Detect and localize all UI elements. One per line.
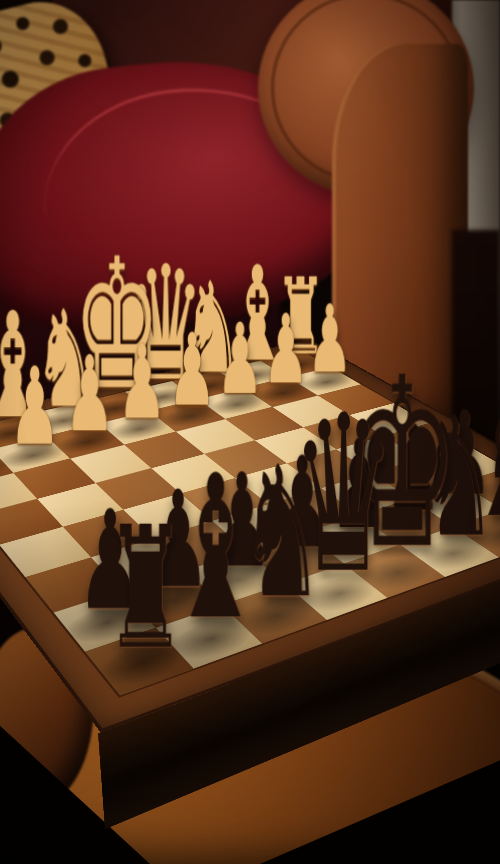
square-g2: ♟	[0, 436, 70, 473]
square-e1: ♚	[76, 392, 149, 423]
piece-shadow	[45, 426, 129, 460]
piece-black-rook: ♜	[105, 507, 186, 667]
square-g1: ♝	[0, 415, 47, 449]
square-b1: ♝	[217, 360, 288, 388]
square-c2: ♟	[198, 388, 273, 419]
piece-white-queen: ♛	[127, 249, 204, 399]
piece-white-pawn: ♟	[64, 345, 114, 444]
piece-white-knight: ♞	[34, 296, 99, 423]
piece-shadow	[0, 418, 52, 451]
board-scene: ♜♝♞♚♛♞♝♜♟♟♟♟♟♟♟♟♟♟♟♟♟♟♟♟♜♝♞♛♚♞♝♜	[0, 0, 500, 864]
square-e2: ♟	[99, 411, 176, 445]
square-h3	[0, 473, 37, 515]
square-d1: ♛	[125, 381, 198, 411]
piece-white-pawn: ♟	[117, 334, 166, 431]
piece-white-rook: ♜	[275, 266, 326, 366]
photo-canvas: ♜♝♞♚♛♞♝♜♟♟♟♟♟♟♟♟♟♟♟♟♟♟♟♟♜♝♞♛♚♞♝♜	[0, 0, 500, 864]
piece-shadow	[75, 394, 155, 424]
piece-white-pawn: ♟	[216, 314, 263, 407]
piece-shadow	[172, 373, 248, 400]
piece-white-knight: ♞	[182, 268, 243, 387]
square-f1: ♞	[25, 403, 99, 436]
piece-shadow	[23, 406, 104, 437]
piece-shadow	[217, 362, 292, 388]
piece-white-bishop: ♝	[226, 253, 289, 377]
piece-shadow	[0, 439, 76, 474]
piece-shadow	[149, 402, 230, 433]
square-c1: ♞	[172, 370, 244, 399]
chess-board: ♜♝♞♚♛♞♝♜♟♟♟♟♟♟♟♟♟♟♟♟♟♟♟♟♜♝♞♛♚♞♝♜	[0, 339, 500, 733]
piece-shadow	[198, 390, 277, 419]
square-f2: ♟	[47, 423, 125, 458]
piece-white-pawn: ♟	[168, 324, 216, 419]
piece-white-king: ♚	[73, 239, 160, 410]
piece-white-bishop: ♝	[0, 297, 48, 435]
piece-shadow	[124, 383, 202, 412]
square-f3	[70, 445, 151, 483]
square-h2: ♟	[0, 449, 13, 488]
piece-white-pawn: ♟	[9, 357, 61, 458]
piece-white-pawn: ♟	[0, 369, 4, 473]
square-d2: ♟	[150, 399, 226, 431]
